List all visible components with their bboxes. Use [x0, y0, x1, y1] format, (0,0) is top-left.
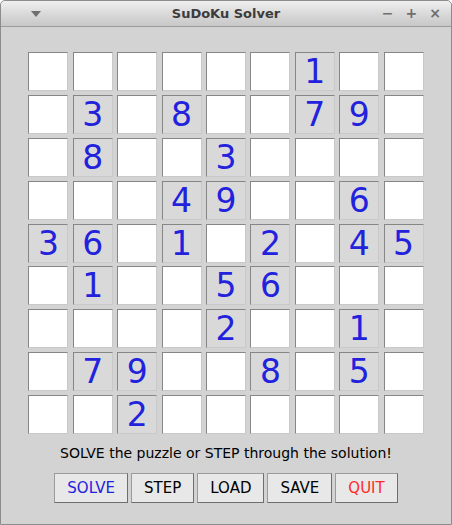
cell-r8c1[interactable] [28, 352, 68, 391]
cell-r8c4[interactable] [162, 352, 202, 391]
cell-r6c6[interactable]: 6 [250, 266, 290, 305]
cell-r8c3[interactable]: 9 [117, 352, 157, 391]
cell-r9c4[interactable] [162, 395, 202, 434]
cell-r6c8[interactable] [339, 266, 379, 305]
cell-r6c4[interactable] [162, 266, 202, 305]
cell-r5c9[interactable]: 5 [384, 224, 424, 263]
maximize-icon[interactable]: + [406, 1, 418, 26]
cell-r4c4[interactable]: 4 [162, 181, 202, 220]
cell-r8c6[interactable]: 8 [250, 352, 290, 391]
cell-r7c7[interactable] [295, 309, 335, 348]
cell-r2c7[interactable]: 7 [295, 95, 335, 134]
cell-r7c1[interactable] [28, 309, 68, 348]
cell-r1c6[interactable] [250, 52, 290, 91]
minimize-icon[interactable]: − [382, 1, 394, 26]
cell-r4c5[interactable]: 9 [206, 181, 246, 220]
cell-r9c3[interactable]: 2 [117, 395, 157, 434]
cell-r6c5[interactable]: 5 [206, 266, 246, 305]
button-step[interactable]: STEP [131, 473, 194, 503]
cell-r4c9[interactable] [384, 181, 424, 220]
window-menu-icon[interactable] [31, 11, 41, 17]
cell-r2c4[interactable]: 8 [162, 95, 202, 134]
cell-r4c6[interactable] [250, 181, 290, 220]
button-solve[interactable]: SOLVE [54, 473, 128, 503]
cell-r9c2[interactable] [73, 395, 113, 434]
cell-r5c7[interactable] [295, 224, 335, 263]
cell-r1c4[interactable] [162, 52, 202, 91]
sudoku-board: 13879834963612451562179852 [28, 52, 423, 434]
cell-r7c5[interactable]: 2 [206, 309, 246, 348]
cell-r6c9[interactable] [384, 266, 424, 305]
close-icon[interactable]: × [429, 1, 441, 26]
cell-r9c8[interactable] [339, 395, 379, 434]
cell-r5c2[interactable]: 6 [73, 224, 113, 263]
cell-r8c9[interactable] [384, 352, 424, 391]
cell-r6c3[interactable] [117, 266, 157, 305]
cell-r5c5[interactable] [206, 224, 246, 263]
cell-r1c3[interactable] [117, 52, 157, 91]
cell-r4c3[interactable] [117, 181, 157, 220]
button-row: SOLVESTEPLOADSAVEQUIT [1, 473, 451, 503]
cell-r6c1[interactable] [28, 266, 68, 305]
cell-r4c2[interactable] [73, 181, 113, 220]
cell-r1c2[interactable] [73, 52, 113, 91]
cell-r8c8[interactable]: 5 [339, 352, 379, 391]
cell-r1c1[interactable] [28, 52, 68, 91]
cell-r7c2[interactable] [73, 309, 113, 348]
cell-r9c1[interactable] [28, 395, 68, 434]
cell-r3c8[interactable] [339, 138, 379, 177]
cell-r1c8[interactable] [339, 52, 379, 91]
sudoku-solver-window: SuDoKu Solver − + × 13879834963612451562… [0, 0, 452, 525]
cell-r5c3[interactable] [117, 224, 157, 263]
cell-r7c4[interactable] [162, 309, 202, 348]
instruction-text: SOLVE the puzzle or STEP through the sol… [1, 445, 451, 461]
cell-r9c6[interactable] [250, 395, 290, 434]
button-quit[interactable]: QUIT [335, 473, 397, 503]
cell-r2c8[interactable]: 9 [339, 95, 379, 134]
cell-r8c5[interactable] [206, 352, 246, 391]
cell-r5c1[interactable]: 3 [28, 224, 68, 263]
cell-r1c5[interactable] [206, 52, 246, 91]
cell-r4c8[interactable]: 6 [339, 181, 379, 220]
cell-r5c4[interactable]: 1 [162, 224, 202, 263]
cell-r4c1[interactable] [28, 181, 68, 220]
cell-r7c6[interactable] [250, 309, 290, 348]
cell-r5c8[interactable]: 4 [339, 224, 379, 263]
button-save[interactable]: SAVE [267, 473, 332, 503]
cell-r9c9[interactable] [384, 395, 424, 434]
cell-r9c5[interactable] [206, 395, 246, 434]
cell-r3c6[interactable] [250, 138, 290, 177]
cell-r7c9[interactable] [384, 309, 424, 348]
cell-r6c2[interactable]: 1 [73, 266, 113, 305]
cell-r3c4[interactable] [162, 138, 202, 177]
cell-r2c5[interactable] [206, 95, 246, 134]
cell-r6c7[interactable] [295, 266, 335, 305]
button-load[interactable]: LOAD [197, 473, 264, 503]
window-controls: − + × [382, 1, 441, 26]
cell-r8c2[interactable]: 7 [73, 352, 113, 391]
cell-r1c7[interactable]: 1 [295, 52, 335, 91]
titlebar: SuDoKu Solver − + × [1, 1, 451, 27]
cell-r7c3[interactable] [117, 309, 157, 348]
cell-r5c6[interactable]: 2 [250, 224, 290, 263]
cell-r3c9[interactable] [384, 138, 424, 177]
cell-r8c7[interactable] [295, 352, 335, 391]
cell-r3c5[interactable]: 3 [206, 138, 246, 177]
cell-r2c1[interactable] [28, 95, 68, 134]
cell-r2c6[interactable] [250, 95, 290, 134]
cell-r3c1[interactable] [28, 138, 68, 177]
cell-r3c3[interactable] [117, 138, 157, 177]
cell-r2c3[interactable] [117, 95, 157, 134]
cell-r3c2[interactable]: 8 [73, 138, 113, 177]
cell-r9c7[interactable] [295, 395, 335, 434]
cell-r7c8[interactable]: 1 [339, 309, 379, 348]
cell-r1c9[interactable] [384, 52, 424, 91]
cell-r3c7[interactable] [295, 138, 335, 177]
cell-r2c2[interactable]: 3 [73, 95, 113, 134]
cell-r4c7[interactable] [295, 181, 335, 220]
cell-r2c9[interactable] [384, 95, 424, 134]
